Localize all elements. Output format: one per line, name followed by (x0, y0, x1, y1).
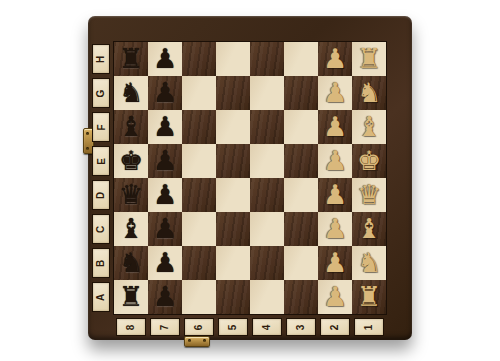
coordinate-letter: A (95, 293, 106, 300)
square-b4 (250, 246, 284, 280)
square-g8: ♞ (114, 76, 148, 110)
coordinate-number: 2 (330, 324, 341, 330)
coordinate-plaque: 2 (320, 318, 350, 336)
square-a4 (250, 280, 284, 314)
coordinate-plaque: H (92, 44, 110, 74)
piece-white-pawn: ♟ (323, 215, 347, 242)
square-c2: ♟ (318, 212, 352, 246)
coordinate-plaque: D (92, 180, 110, 210)
coordinate-plaque: G (92, 78, 110, 108)
square-e3 (284, 144, 318, 178)
coordinate-number: 6 (194, 324, 205, 330)
piece-black-bishop: ♝ (119, 215, 143, 242)
square-a6 (182, 280, 216, 314)
label-slot: B (88, 246, 114, 280)
square-c4 (250, 212, 284, 246)
square-a1: ♜ (352, 280, 386, 314)
coordinate-number: 1 (364, 324, 375, 330)
square-e6 (182, 144, 216, 178)
piece-black-pawn: ♟ (153, 113, 177, 140)
piece-white-rook: ♜ (357, 45, 381, 72)
label-slot: 4 (250, 314, 284, 340)
square-f7: ♟ (148, 110, 182, 144)
square-d1: ♛ (352, 178, 386, 212)
square-d7: ♟ (148, 178, 182, 212)
square-g4 (250, 76, 284, 110)
piece-white-knight: ♞ (357, 79, 381, 106)
square-a5 (216, 280, 250, 314)
square-h4 (250, 42, 284, 76)
coordinate-letter: C (95, 225, 106, 232)
square-g7: ♟ (148, 76, 182, 110)
label-slot: A (88, 280, 114, 314)
square-e2: ♟ (318, 144, 352, 178)
square-a8: ♜ (114, 280, 148, 314)
square-d4 (250, 178, 284, 212)
label-slot: G (88, 76, 114, 110)
coordinate-letter: G (96, 89, 107, 97)
square-h2: ♟ (318, 42, 352, 76)
chess-board: HGFEDCBA 87654321 ♜♟♟♜♞♟♟♞♝♟♟♝♚♟♟♚♛♟♟♛♝♟… (88, 16, 412, 340)
playing-field: ♜♟♟♜♞♟♟♞♝♟♟♝♚♟♟♚♛♟♟♛♝♟♟♝♞♟♟♞♜♟♟♜ (114, 42, 386, 314)
piece-black-pawn: ♟ (153, 45, 177, 72)
square-b3 (284, 246, 318, 280)
piece-black-pawn: ♟ (153, 147, 177, 174)
piece-white-pawn: ♟ (323, 45, 347, 72)
piece-black-pawn: ♟ (153, 249, 177, 276)
file-labels-left: HGFEDCBA (88, 42, 114, 314)
square-e1: ♚ (352, 144, 386, 178)
square-f1: ♝ (352, 110, 386, 144)
square-d2: ♟ (318, 178, 352, 212)
square-e4 (250, 144, 284, 178)
square-a7: ♟ (148, 280, 182, 314)
piece-white-pawn: ♟ (323, 113, 347, 140)
piece-black-pawn: ♟ (153, 215, 177, 242)
square-e5 (216, 144, 250, 178)
piece-white-bishop: ♝ (357, 113, 381, 140)
square-f2: ♟ (318, 110, 352, 144)
coordinate-letter: F (95, 124, 106, 130)
piece-white-pawn: ♟ (323, 147, 347, 174)
square-h7: ♟ (148, 42, 182, 76)
square-e7: ♟ (148, 144, 182, 178)
coordinate-plaque: 6 (184, 318, 214, 336)
piece-white-pawn: ♟ (323, 283, 347, 310)
rank-labels-bottom: 87654321 (114, 314, 386, 340)
coordinate-plaque: 8 (116, 318, 146, 336)
square-d5 (216, 178, 250, 212)
coordinate-letter: B (95, 259, 106, 266)
square-g5 (216, 76, 250, 110)
label-slot: 6 (182, 314, 216, 340)
square-f8: ♝ (114, 110, 148, 144)
square-d3 (284, 178, 318, 212)
coordinate-number: 7 (160, 324, 171, 330)
square-b8: ♞ (114, 246, 148, 280)
square-b5 (216, 246, 250, 280)
square-g6 (182, 76, 216, 110)
label-slot: 2 (318, 314, 352, 340)
coordinate-letter: D (95, 191, 106, 198)
piece-black-knight: ♞ (119, 249, 143, 276)
piece-black-king: ♚ (119, 147, 143, 174)
square-e8: ♚ (114, 144, 148, 178)
product-photo-background: HGFEDCBA 87654321 ♜♟♟♜♞♟♟♞♝♟♟♝♚♟♟♚♛♟♟♛♝♟… (0, 0, 500, 361)
piece-black-pawn: ♟ (153, 79, 177, 106)
piece-black-knight: ♞ (119, 79, 143, 106)
square-h6 (182, 42, 216, 76)
square-d6 (182, 178, 216, 212)
square-c3 (284, 212, 318, 246)
piece-black-rook: ♜ (119, 283, 143, 310)
piece-white-knight: ♞ (357, 249, 381, 276)
coordinate-number: 4 (262, 324, 273, 330)
square-c7: ♟ (148, 212, 182, 246)
square-b1: ♞ (352, 246, 386, 280)
coordinate-plaque: B (92, 248, 110, 278)
piece-black-pawn: ♟ (153, 283, 177, 310)
piece-white-pawn: ♟ (323, 249, 347, 276)
piece-black-rook: ♜ (119, 45, 143, 72)
piece-black-pawn: ♟ (153, 181, 177, 208)
label-slot: 8 (114, 314, 148, 340)
coordinate-plaque: 4 (252, 318, 282, 336)
piece-white-pawn: ♟ (323, 181, 347, 208)
piece-white-king: ♚ (357, 147, 381, 174)
piece-white-bishop: ♝ (357, 215, 381, 242)
square-c5 (216, 212, 250, 246)
square-f4 (250, 110, 284, 144)
coordinate-letter: E (95, 158, 106, 165)
square-h1: ♜ (352, 42, 386, 76)
coordinate-plaque: A (92, 282, 110, 312)
label-slot: F (88, 110, 114, 144)
square-c1: ♝ (352, 212, 386, 246)
square-b7: ♟ (148, 246, 182, 280)
piece-black-queen: ♛ (119, 181, 143, 208)
square-h3 (284, 42, 318, 76)
coordinate-plaque: 3 (286, 318, 316, 336)
piece-white-pawn: ♟ (323, 79, 347, 106)
coordinate-plaque: F (92, 112, 110, 142)
label-slot: 3 (284, 314, 318, 340)
square-f6 (182, 110, 216, 144)
label-slot: 7 (148, 314, 182, 340)
label-slot: 5 (216, 314, 250, 340)
piece-black-bishop: ♝ (119, 113, 143, 140)
square-f5 (216, 110, 250, 144)
square-c6 (182, 212, 216, 246)
coordinate-number: 5 (228, 324, 239, 330)
label-slot: H (88, 42, 114, 76)
coordinate-plaque: E (92, 146, 110, 176)
square-h5 (216, 42, 250, 76)
square-g3 (284, 76, 318, 110)
square-g2: ♟ (318, 76, 352, 110)
label-slot: C (88, 212, 114, 246)
coordinate-number: 8 (126, 324, 137, 330)
square-a2: ♟ (318, 280, 352, 314)
coordinate-letter: H (95, 55, 106, 62)
label-slot: E (88, 144, 114, 178)
piece-white-rook: ♜ (357, 283, 381, 310)
coordinate-plaque: 1 (354, 318, 384, 336)
piece-white-queen: ♛ (357, 181, 381, 208)
coordinate-plaque: C (92, 214, 110, 244)
label-slot: 1 (352, 314, 386, 340)
coordinate-plaque: 7 (150, 318, 180, 336)
coordinate-plaque: 5 (218, 318, 248, 336)
square-b6 (182, 246, 216, 280)
label-slot: D (88, 178, 114, 212)
square-h8: ♜ (114, 42, 148, 76)
coordinate-number: 3 (296, 324, 307, 330)
square-a3 (284, 280, 318, 314)
square-b2: ♟ (318, 246, 352, 280)
square-f3 (284, 110, 318, 144)
square-g1: ♞ (352, 76, 386, 110)
square-c8: ♝ (114, 212, 148, 246)
square-d8: ♛ (114, 178, 148, 212)
